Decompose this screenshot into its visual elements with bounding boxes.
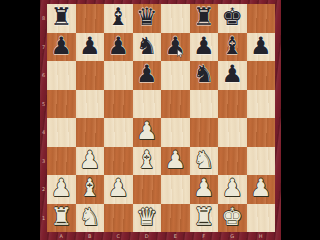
square-a2[interactable]: ♟ <box>47 175 76 204</box>
square-a4[interactable] <box>47 118 76 147</box>
square-f3[interactable]: ♞ <box>190 147 219 176</box>
square-h1[interactable] <box>247 204 276 233</box>
piece-black-pawn[interactable]: ♟ <box>164 34 186 58</box>
square-b4[interactable] <box>76 118 105 147</box>
piece-black-pawn[interactable]: ♟ <box>50 34 72 58</box>
square-b6[interactable] <box>76 61 105 90</box>
square-g3[interactable] <box>218 147 247 176</box>
square-e5[interactable] <box>161 90 190 119</box>
square-d6[interactable]: ♟ <box>133 61 162 90</box>
file-label-g: G <box>218 232 247 240</box>
square-d3[interactable]: ♝ <box>133 147 162 176</box>
square-d5[interactable] <box>133 90 162 119</box>
square-e6[interactable] <box>161 61 190 90</box>
square-e8[interactable] <box>161 4 190 33</box>
square-h8[interactable] <box>247 4 276 33</box>
piece-white-pawn[interactable]: ♟ <box>79 148 101 172</box>
square-c6[interactable] <box>104 61 133 90</box>
square-a1[interactable]: ♜ <box>47 204 76 233</box>
rank-label-6: 6 <box>40 61 47 90</box>
square-c7[interactable]: ♟ <box>104 33 133 62</box>
square-c4[interactable] <box>104 118 133 147</box>
square-f6[interactable]: ♞ <box>190 61 219 90</box>
square-f4[interactable] <box>190 118 219 147</box>
piece-black-pawn[interactable]: ♟ <box>136 62 158 86</box>
square-d8[interactable]: ♛ <box>133 4 162 33</box>
square-f2[interactable]: ♟ <box>190 175 219 204</box>
square-e3[interactable]: ♟ <box>161 147 190 176</box>
square-f8[interactable]: ♜ <box>190 4 219 33</box>
file-label-b: B <box>76 232 105 240</box>
square-g5[interactable] <box>218 90 247 119</box>
square-d1[interactable]: ♛ <box>133 204 162 233</box>
square-d4[interactable]: ♟ <box>133 118 162 147</box>
piece-black-pawn[interactable]: ♟ <box>221 62 243 86</box>
square-a3[interactable] <box>47 147 76 176</box>
piece-white-pawn[interactable]: ♟ <box>164 148 186 172</box>
rank-label-3: 3 <box>40 147 47 176</box>
piece-white-bishop[interactable]: ♝ <box>136 148 158 172</box>
square-c3[interactable] <box>104 147 133 176</box>
file-label-c: C <box>104 232 133 240</box>
piece-white-king[interactable]: ♚ <box>221 205 243 229</box>
file-label-a: A <box>47 232 76 240</box>
square-h3[interactable] <box>247 147 276 176</box>
square-a5[interactable] <box>47 90 76 119</box>
square-f5[interactable] <box>190 90 219 119</box>
square-f1[interactable]: ♜ <box>190 204 219 233</box>
piece-white-pawn[interactable]: ♟ <box>136 119 158 143</box>
file-label-f: F <box>190 232 219 240</box>
square-h7[interactable]: ♟ <box>247 33 276 62</box>
piece-black-rook[interactable]: ♜ <box>50 5 72 29</box>
piece-white-pawn[interactable]: ♟ <box>250 176 272 200</box>
square-b7[interactable]: ♟ <box>76 33 105 62</box>
piece-black-bishop[interactable]: ♝ <box>107 5 129 29</box>
square-g4[interactable] <box>218 118 247 147</box>
square-h4[interactable] <box>247 118 276 147</box>
rank-label-1: 1 <box>40 204 47 233</box>
square-h2[interactable]: ♟ <box>247 175 276 204</box>
square-f7[interactable]: ♟ <box>190 33 219 62</box>
piece-white-knight[interactable]: ♞ <box>79 205 101 229</box>
file-label-h: H <box>247 232 276 240</box>
square-c8[interactable]: ♝ <box>104 4 133 33</box>
square-b1[interactable]: ♞ <box>76 204 105 233</box>
square-b3[interactable]: ♟ <box>76 147 105 176</box>
piece-black-bishop[interactable]: ♝ <box>221 34 243 58</box>
file-label-e: E <box>161 232 190 240</box>
piece-white-pawn[interactable]: ♟ <box>107 176 129 200</box>
square-b2[interactable]: ♝ <box>76 175 105 204</box>
piece-black-queen[interactable]: ♛ <box>136 5 158 29</box>
square-b5[interactable] <box>76 90 105 119</box>
rank-label-8: 8 <box>40 4 47 33</box>
chess-board-frame: ♜♝♛♜♚♟♟♟♞♟♟♝♟♟♞♟♟♟♝♟♞♟♝♟♟♟♟♜♞♛♜♚ 8765432… <box>40 0 281 240</box>
square-g7[interactable]: ♝ <box>218 33 247 62</box>
piece-white-pawn[interactable]: ♟ <box>50 176 72 200</box>
square-b8[interactable] <box>76 4 105 33</box>
piece-black-pawn[interactable]: ♟ <box>250 34 272 58</box>
piece-black-knight[interactable]: ♞ <box>193 62 215 86</box>
rank-label-4: 4 <box>40 118 47 147</box>
square-h6[interactable] <box>247 61 276 90</box>
piece-black-rook[interactable]: ♜ <box>193 5 215 29</box>
square-d7[interactable]: ♞ <box>133 33 162 62</box>
square-g2[interactable]: ♟ <box>218 175 247 204</box>
piece-white-rook[interactable]: ♜ <box>193 205 215 229</box>
piece-white-rook[interactable]: ♜ <box>50 205 72 229</box>
chess-board: ♜♝♛♜♚♟♟♟♞♟♟♝♟♟♞♟♟♟♝♟♞♟♝♟♟♟♟♜♞♛♜♚ <box>47 4 275 232</box>
square-e2[interactable] <box>161 175 190 204</box>
piece-black-king[interactable]: ♚ <box>221 5 243 29</box>
piece-black-pawn[interactable]: ♟ <box>107 34 129 58</box>
piece-white-queen[interactable]: ♛ <box>136 205 158 229</box>
square-d2[interactable] <box>133 175 162 204</box>
square-h5[interactable] <box>247 90 276 119</box>
square-e7[interactable]: ♟ <box>161 33 190 62</box>
square-a7[interactable]: ♟ <box>47 33 76 62</box>
piece-white-knight[interactable]: ♞ <box>193 148 215 172</box>
square-g1[interactable]: ♚ <box>218 204 247 233</box>
piece-white-pawn[interactable]: ♟ <box>193 176 215 200</box>
piece-white-bishop[interactable]: ♝ <box>79 176 101 200</box>
square-g8[interactable]: ♚ <box>218 4 247 33</box>
square-c5[interactable] <box>104 90 133 119</box>
piece-black-knight[interactable]: ♞ <box>136 34 158 58</box>
rank-label-2: 2 <box>40 175 47 204</box>
rank-label-5: 5 <box>40 90 47 119</box>
file-label-d: D <box>133 232 162 240</box>
square-e4[interactable] <box>161 118 190 147</box>
rank-label-7: 7 <box>40 33 47 62</box>
square-c1[interactable] <box>104 204 133 233</box>
square-g6[interactable]: ♟ <box>218 61 247 90</box>
piece-white-pawn[interactable]: ♟ <box>221 176 243 200</box>
square-a6[interactable] <box>47 61 76 90</box>
square-a8[interactable]: ♜ <box>47 4 76 33</box>
piece-black-pawn[interactable]: ♟ <box>79 34 101 58</box>
screenshot-stage: ♜♝♛♜♚♟♟♟♞♟♟♝♟♟♞♟♟♟♝♟♞♟♝♟♟♟♟♜♞♛♜♚ 8765432… <box>0 0 320 240</box>
square-e1[interactable] <box>161 204 190 233</box>
piece-black-pawn[interactable]: ♟ <box>193 34 215 58</box>
square-c2[interactable]: ♟ <box>104 175 133 204</box>
